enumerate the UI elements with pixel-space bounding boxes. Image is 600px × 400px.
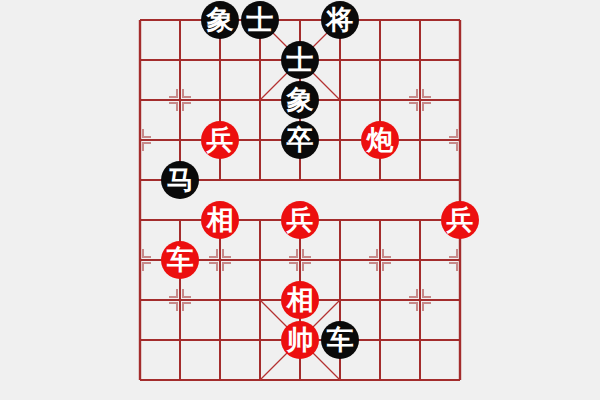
point-7-8[interactable]: [400, 320, 440, 360]
point-4-9[interactable]: [280, 360, 320, 400]
point-5-2[interactable]: [320, 80, 360, 120]
point-3-5[interactable]: [240, 200, 280, 240]
point-1-8[interactable]: [160, 320, 200, 360]
black-advisor-piece[interactable]: 士: [241, 1, 279, 39]
point-2-2[interactable]: [200, 80, 240, 120]
point-2-5[interactable]: 相: [200, 200, 240, 240]
point-7-1[interactable]: [400, 40, 440, 80]
point-1-1[interactable]: [160, 40, 200, 80]
point-6-4[interactable]: [360, 160, 400, 200]
point-3-0[interactable]: 士: [240, 0, 280, 40]
point-1-6[interactable]: 车: [160, 240, 200, 280]
point-7-7[interactable]: [400, 280, 440, 320]
point-2-4[interactable]: [200, 160, 240, 200]
point-7-0[interactable]: [400, 0, 440, 40]
point-0-8[interactable]: [120, 320, 160, 360]
black-elephant-piece[interactable]: 象: [201, 1, 239, 39]
point-0-7[interactable]: [120, 280, 160, 320]
point-8-4[interactable]: [440, 160, 480, 200]
point-6-0[interactable]: [360, 0, 400, 40]
board-points: 象士将士象兵卒炮马相兵兵车相帅车: [120, 0, 480, 400]
point-7-4[interactable]: [400, 160, 440, 200]
black-elephant-piece[interactable]: 象: [281, 81, 319, 119]
point-6-7[interactable]: [360, 280, 400, 320]
point-4-3[interactable]: 卒: [280, 120, 320, 160]
point-8-9[interactable]: [440, 360, 480, 400]
point-2-0[interactable]: 象: [200, 0, 240, 40]
point-8-1[interactable]: [440, 40, 480, 80]
point-6-1[interactable]: [360, 40, 400, 80]
point-8-2[interactable]: [440, 80, 480, 120]
point-4-0[interactable]: [280, 0, 320, 40]
black-soldier-piece[interactable]: 卒: [281, 121, 319, 159]
point-8-6[interactable]: [440, 240, 480, 280]
red-soldier-piece[interactable]: 兵: [281, 201, 319, 239]
point-0-1[interactable]: [120, 40, 160, 80]
black-horse-piece[interactable]: 马: [161, 161, 199, 199]
point-5-0[interactable]: 将: [320, 0, 360, 40]
point-1-7[interactable]: [160, 280, 200, 320]
point-3-9[interactable]: [240, 360, 280, 400]
point-3-6[interactable]: [240, 240, 280, 280]
point-7-5[interactable]: [400, 200, 440, 240]
point-2-1[interactable]: [200, 40, 240, 80]
red-general-piece[interactable]: 帅: [281, 321, 319, 359]
red-soldier-piece[interactable]: 兵: [441, 201, 479, 239]
point-8-8[interactable]: [440, 320, 480, 360]
point-0-3[interactable]: [120, 120, 160, 160]
xiangqi-board: 象士将士象兵卒炮马相兵兵车相帅车: [120, 0, 480, 400]
point-5-5[interactable]: [320, 200, 360, 240]
point-3-8[interactable]: [240, 320, 280, 360]
point-2-9[interactable]: [200, 360, 240, 400]
point-8-7[interactable]: [440, 280, 480, 320]
point-5-7[interactable]: [320, 280, 360, 320]
point-0-9[interactable]: [120, 360, 160, 400]
point-2-8[interactable]: [200, 320, 240, 360]
point-4-5[interactable]: 兵: [280, 200, 320, 240]
point-4-8[interactable]: 帅: [280, 320, 320, 360]
point-3-1[interactable]: [240, 40, 280, 80]
point-1-0[interactable]: [160, 0, 200, 40]
point-7-2[interactable]: [400, 80, 440, 120]
point-5-6[interactable]: [320, 240, 360, 280]
red-elephant-piece[interactable]: 相: [281, 281, 319, 319]
point-4-1[interactable]: 士: [280, 40, 320, 80]
point-8-3[interactable]: [440, 120, 480, 160]
point-5-9[interactable]: [320, 360, 360, 400]
point-5-3[interactable]: [320, 120, 360, 160]
xiangqi-diagram: 象士将士象兵卒炮马相兵兵车相帅车: [0, 0, 600, 400]
point-4-4[interactable]: [280, 160, 320, 200]
point-7-6[interactable]: [400, 240, 440, 280]
point-0-6[interactable]: [120, 240, 160, 280]
point-3-3[interactable]: [240, 120, 280, 160]
point-8-0[interactable]: [440, 0, 480, 40]
point-0-5[interactable]: [120, 200, 160, 240]
point-6-5[interactable]: [360, 200, 400, 240]
point-4-7[interactable]: 相: [280, 280, 320, 320]
point-6-9[interactable]: [360, 360, 400, 400]
point-1-4[interactable]: 马: [160, 160, 200, 200]
point-1-9[interactable]: [160, 360, 200, 400]
point-0-2[interactable]: [120, 80, 160, 120]
point-6-8[interactable]: [360, 320, 400, 360]
red-chariot-piece[interactable]: 车: [161, 241, 199, 279]
point-3-2[interactable]: [240, 80, 280, 120]
black-advisor-piece[interactable]: 士: [281, 41, 319, 79]
point-1-3[interactable]: [160, 120, 200, 160]
red-cannon-piece[interactable]: 炮: [361, 121, 399, 159]
point-2-7[interactable]: [200, 280, 240, 320]
red-elephant-piece[interactable]: 相: [201, 201, 239, 239]
point-6-3[interactable]: 炮: [360, 120, 400, 160]
point-4-2[interactable]: 象: [280, 80, 320, 120]
point-7-9[interactable]: [400, 360, 440, 400]
black-chariot-piece[interactable]: 车: [321, 321, 359, 359]
point-0-0[interactable]: [120, 0, 160, 40]
point-0-4[interactable]: [120, 160, 160, 200]
red-soldier-piece[interactable]: 兵: [201, 121, 239, 159]
point-3-4[interactable]: [240, 160, 280, 200]
point-7-3[interactable]: [400, 120, 440, 160]
point-5-4[interactable]: [320, 160, 360, 200]
point-6-6[interactable]: [360, 240, 400, 280]
point-8-5[interactable]: 兵: [440, 200, 480, 240]
point-3-7[interactable]: [240, 280, 280, 320]
point-4-6[interactable]: [280, 240, 320, 280]
point-1-5[interactable]: [160, 200, 200, 240]
point-2-3[interactable]: 兵: [200, 120, 240, 160]
point-5-1[interactable]: [320, 40, 360, 80]
point-1-2[interactable]: [160, 80, 200, 120]
point-5-8[interactable]: 车: [320, 320, 360, 360]
black-general-piece[interactable]: 将: [321, 1, 359, 39]
point-6-2[interactable]: [360, 80, 400, 120]
point-2-6[interactable]: [200, 240, 240, 280]
